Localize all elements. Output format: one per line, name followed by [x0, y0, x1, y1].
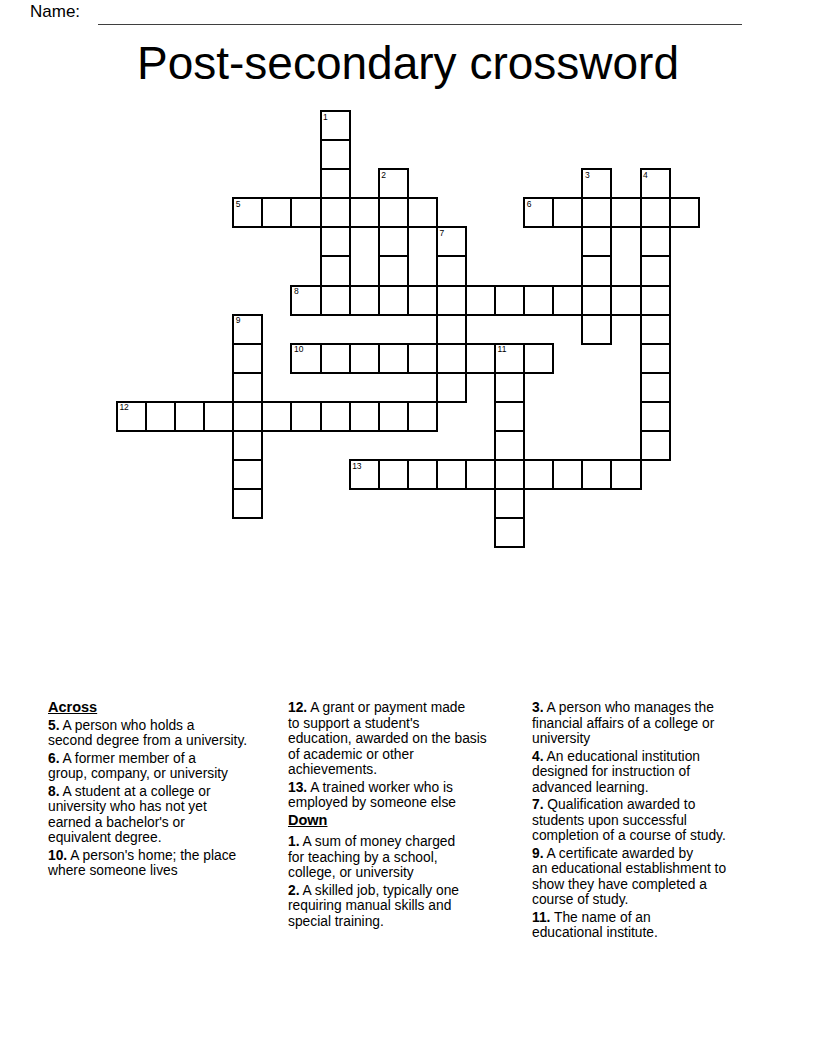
grid-cell[interactable] — [495, 489, 524, 518]
grid-cell[interactable] — [437, 286, 466, 315]
grid-cell[interactable] — [379, 286, 408, 315]
clue-text: A trained worker who is employed by some… — [288, 780, 456, 811]
cell-number: 13 — [352, 462, 361, 471]
clue-number: 8. — [48, 784, 60, 799]
grid-cell[interactable] — [379, 256, 408, 285]
grid-cell[interactable] — [641, 198, 670, 227]
clue-number: 3. — [532, 700, 544, 715]
clue-down-3: 3. A person who manages the financial af… — [532, 700, 780, 747]
grid-cell[interactable] — [233, 344, 262, 373]
grid-cell[interactable] — [495, 373, 524, 402]
grid-cell[interactable] — [321, 344, 350, 373]
grid-cell[interactable] — [582, 315, 611, 344]
clue-across-10: 10. A person's home; the place where som… — [48, 848, 296, 879]
clue-text: Qualification awarded to students upon s… — [532, 797, 726, 843]
cell-number: 6 — [527, 200, 532, 209]
clue-number: 4. — [532, 749, 544, 764]
name-label: Name: — [30, 2, 80, 22]
clue-number: 5. — [48, 718, 60, 733]
clue-number: 12. — [288, 700, 307, 715]
grid-cell[interactable] — [495, 518, 524, 547]
grid-cell[interactable] — [437, 344, 466, 373]
grid-cell[interactable] — [321, 140, 350, 169]
grid-cell[interactable] — [641, 431, 670, 460]
grid-cell[interactable] — [670, 198, 699, 227]
grid-cell[interactable] — [262, 198, 291, 227]
grid-cell[interactable] — [641, 402, 670, 431]
grid-cell[interactable] — [524, 460, 553, 489]
clues-column-3: 3. A person who manages the financial af… — [532, 700, 780, 943]
cell-number: 1 — [323, 113, 328, 122]
clue-number: 7. — [532, 797, 544, 812]
grid-cell[interactable] — [233, 402, 262, 431]
grid-cell[interactable] — [524, 344, 553, 373]
grid-cell[interactable] — [204, 402, 233, 431]
clue-number: 11. — [532, 910, 550, 925]
cell-number: 3 — [585, 171, 590, 180]
clue-text: A grant or payment made to support a stu… — [288, 700, 487, 777]
grid-cell[interactable] — [175, 402, 204, 431]
grid-cell[interactable] — [233, 431, 262, 460]
grid-cell[interactable] — [379, 402, 408, 431]
clue-text: A person who holds a second degree from … — [48, 718, 247, 749]
puzzle-title: Post-secondary crossword — [0, 36, 816, 90]
grid-cell[interactable] — [437, 256, 466, 285]
clue-across-5: 5. A person who holds a second degree fr… — [48, 718, 296, 749]
grid-cell[interactable] — [233, 489, 262, 518]
grid-cell[interactable] — [641, 286, 670, 315]
grid-cell[interactable] — [641, 344, 670, 373]
clue-down-2: 2. A skilled job, typically one requirin… — [288, 883, 536, 930]
grid-cell[interactable]: 11 — [495, 344, 524, 373]
grid-cell[interactable] — [495, 431, 524, 460]
clue-number: 1. — [288, 834, 300, 849]
clue-number: 2. — [288, 883, 300, 898]
grid-cell[interactable] — [321, 227, 350, 256]
grid-cell[interactable] — [146, 402, 175, 431]
grid-cell[interactable] — [466, 286, 495, 315]
clue-down-1: 1. A sum of money charged for teaching b… — [288, 834, 536, 881]
clue-number: 13. — [288, 780, 307, 795]
grid-cell[interactable] — [641, 373, 670, 402]
grid-cell[interactable] — [408, 198, 437, 227]
grid-cell[interactable] — [262, 402, 291, 431]
cell-number: 7 — [439, 229, 444, 238]
clue-across-12: 12. A grant or payment made to support a… — [288, 700, 536, 778]
clue-across-6: 6. A former member of a group, company, … — [48, 751, 296, 782]
clue-across-13: 13. A trained worker who is employed by … — [288, 780, 536, 811]
grid-cell[interactable] — [641, 256, 670, 285]
clue-down-7: 7. Qualification awarded to students upo… — [532, 797, 780, 844]
clue-number: 10. — [48, 848, 67, 863]
grid-cell[interactable]: 7 — [437, 227, 466, 256]
cell-number: 8 — [294, 287, 299, 296]
grid-cell[interactable] — [379, 460, 408, 489]
grid-cell[interactable] — [379, 198, 408, 227]
clues-column-2: 12. A grant or payment made to support a… — [288, 700, 536, 931]
grid-cell[interactable] — [641, 315, 670, 344]
grid-cell[interactable] — [233, 373, 262, 402]
grid-cell[interactable] — [611, 198, 640, 227]
grid-cell[interactable] — [611, 460, 640, 489]
name-blank-line[interactable] — [98, 5, 742, 25]
cell-number: 12 — [119, 403, 128, 412]
clue-text: A person who manages the financial affai… — [532, 700, 714, 746]
crossword-grid: 12345678910111213 — [117, 111, 699, 547]
clue-down-11: 11. The name of an educational institute… — [532, 910, 780, 941]
grid-cell[interactable] — [582, 286, 611, 315]
grid-cell[interactable] — [437, 460, 466, 489]
grid-cell[interactable] — [466, 344, 495, 373]
cell-number: 9 — [236, 316, 241, 325]
grid-cell[interactable] — [408, 344, 437, 373]
grid-cell[interactable]: 6 — [524, 198, 553, 227]
grid-cell[interactable] — [495, 402, 524, 431]
cell-number: 11 — [498, 345, 507, 354]
grid-cell[interactable] — [408, 402, 437, 431]
grid-cell[interactable]: 3 — [582, 169, 611, 198]
grid-cell[interactable]: 2 — [379, 169, 408, 198]
grid-cell[interactable] — [553, 460, 582, 489]
grid-cell[interactable] — [553, 286, 582, 315]
cell-number: 2 — [381, 171, 386, 180]
grid-cell[interactable] — [495, 460, 524, 489]
cell-number: 10 — [294, 345, 303, 354]
grid-cell[interactable] — [379, 344, 408, 373]
grid-cell[interactable] — [350, 198, 379, 227]
grid-cell[interactable] — [408, 286, 437, 315]
clue-across-8: 8. A student at a college or university … — [48, 784, 296, 846]
grid-cell[interactable] — [582, 227, 611, 256]
clues-column-1: Across 5. A person who holds a second de… — [48, 700, 296, 881]
clue-number: 9. — [532, 846, 544, 861]
down-heading: Down — [288, 813, 536, 829]
grid-cell[interactable] — [582, 198, 611, 227]
across-heading: Across — [48, 700, 296, 716]
clue-text: A skilled job, typically one requiring m… — [288, 883, 459, 929]
grid-cell[interactable]: 8 — [291, 286, 320, 315]
grid-cell[interactable]: 1 — [321, 111, 350, 140]
grid-cell[interactable] — [553, 198, 582, 227]
grid-cell[interactable] — [321, 169, 350, 198]
grid-cell[interactable] — [437, 373, 466, 402]
clue-text: A person's home; the place where someone… — [48, 848, 236, 879]
grid-cell[interactable] — [321, 286, 350, 315]
clue-text: A former member of a group, company, or … — [48, 751, 228, 782]
clue-down-9: 9. A certificate awarded by an education… — [532, 846, 780, 908]
grid-cell[interactable]: 9 — [233, 315, 262, 344]
cell-number: 4 — [643, 171, 648, 180]
clue-down-4: 4. An educational institution designed f… — [532, 749, 780, 796]
grid-cell[interactable]: 5 — [233, 198, 262, 227]
clue-text: A sum of money charged for teaching by a… — [288, 834, 455, 880]
clue-text: An educational institution designed for … — [532, 749, 700, 795]
grid-cell[interactable] — [321, 198, 350, 227]
grid-cell[interactable] — [350, 286, 379, 315]
clue-text: A student at a college or university who… — [48, 784, 211, 846]
clue-text: A certificate awarded by an educational … — [532, 846, 726, 908]
grid-cell[interactable]: 4 — [641, 169, 670, 198]
grid-cell[interactable] — [466, 460, 495, 489]
grid-cell[interactable] — [641, 227, 670, 256]
grid-cell[interactable] — [408, 460, 437, 489]
grid-cell[interactable] — [291, 402, 320, 431]
grid-cell[interactable] — [524, 286, 553, 315]
cell-number: 5 — [236, 200, 241, 209]
grid-cell[interactable] — [437, 315, 466, 344]
grid-cell[interactable] — [350, 402, 379, 431]
grid-cell[interactable]: 12 — [117, 402, 146, 431]
grid-cell[interactable]: 13 — [350, 460, 379, 489]
grid-cell[interactable] — [291, 198, 320, 227]
worksheet-page: Name: Post-secondary crossword 123456789… — [0, 0, 816, 1056]
clue-number: 6. — [48, 751, 60, 766]
grid-cell[interactable]: 10 — [291, 344, 320, 373]
grid-cell[interactable] — [495, 286, 524, 315]
grid-cell[interactable] — [233, 460, 262, 489]
grid-cell[interactable] — [379, 227, 408, 256]
clue-text: The name of an educational institute. — [532, 910, 658, 941]
grid-cell[interactable] — [582, 256, 611, 285]
grid-cell[interactable] — [611, 286, 640, 315]
grid-cell[interactable] — [321, 256, 350, 285]
grid-cell[interactable] — [321, 402, 350, 431]
grid-cell[interactable] — [350, 344, 379, 373]
grid-cell[interactable] — [582, 460, 611, 489]
